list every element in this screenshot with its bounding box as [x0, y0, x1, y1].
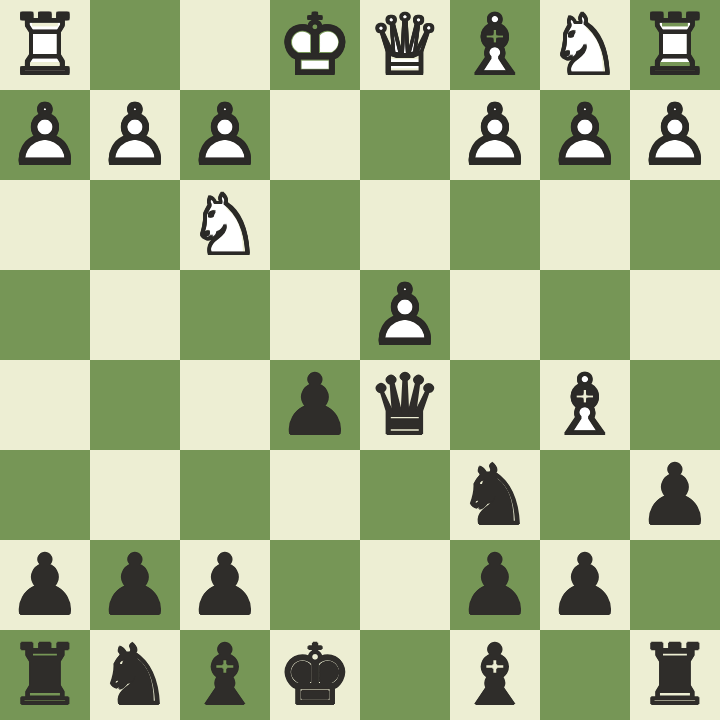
square-d7[interactable]	[360, 540, 450, 630]
piece-glyph: ♟	[540, 540, 630, 630]
square-c6[interactable]: ♞	[450, 450, 540, 540]
square-f5[interactable]	[180, 360, 270, 450]
square-g4[interactable]	[90, 270, 180, 360]
square-d8[interactable]	[360, 630, 450, 720]
piece-glyph: ♟	[0, 540, 90, 630]
square-c5[interactable]	[450, 360, 540, 450]
piece-white-queen[interactable]: ♛♕	[360, 0, 450, 90]
piece-black-pawn[interactable]: ♟	[270, 360, 360, 450]
piece-white-pawn[interactable]: ♟♙	[180, 90, 270, 180]
piece-glyph: ♟	[270, 360, 360, 450]
piece-white-pawn[interactable]: ♟♙	[450, 90, 540, 180]
square-a1[interactable]: ♜♖	[630, 0, 720, 90]
square-e2[interactable]	[270, 90, 360, 180]
piece-white-pawn[interactable]: ♟♙	[540, 90, 630, 180]
square-e4[interactable]	[270, 270, 360, 360]
piece-glyph: ♜	[630, 630, 720, 720]
square-b8[interactable]	[540, 630, 630, 720]
piece-black-bishop[interactable]: ♝	[180, 630, 270, 720]
square-d4[interactable]: ♟♙	[360, 270, 450, 360]
piece-outline-glyph: ♙	[360, 270, 450, 360]
piece-glyph: ♞	[90, 630, 180, 720]
square-d6[interactable]	[360, 450, 450, 540]
square-g7[interactable]: ♟	[90, 540, 180, 630]
piece-black-rook[interactable]: ♜	[630, 630, 720, 720]
piece-glyph: ♟	[90, 540, 180, 630]
square-h1[interactable]: ♜♖	[0, 0, 90, 90]
piece-outline-glyph: ♕	[360, 0, 450, 90]
piece-glyph: ♝	[450, 630, 540, 720]
square-d2[interactable]	[360, 90, 450, 180]
chess-board: ♜♖♚♔♛♕♝♗♞♘♜♖♟♙♟♙♟♙♟♙♟♙♟♙♞♘♟♙♟♛♝♗♞♟♟♟♟♟♟♜…	[0, 0, 720, 720]
piece-black-pawn[interactable]: ♟	[630, 450, 720, 540]
piece-outline-glyph: ♔	[270, 0, 360, 90]
piece-black-pawn[interactable]: ♟	[90, 540, 180, 630]
piece-white-bishop[interactable]: ♝♗	[450, 0, 540, 90]
square-d5[interactable]: ♛	[360, 360, 450, 450]
piece-white-king[interactable]: ♚♔	[270, 0, 360, 90]
piece-glyph: ♛	[360, 360, 450, 450]
piece-white-pawn[interactable]: ♟♙	[360, 270, 450, 360]
square-h6[interactable]	[0, 450, 90, 540]
piece-black-queen[interactable]: ♛	[360, 360, 450, 450]
piece-outline-glyph: ♘	[540, 0, 630, 90]
piece-white-knight[interactable]: ♞♘	[180, 180, 270, 270]
square-e7[interactable]	[270, 540, 360, 630]
piece-white-rook[interactable]: ♜♖	[0, 0, 90, 90]
piece-outline-glyph: ♗	[450, 0, 540, 90]
piece-outline-glyph: ♙	[450, 90, 540, 180]
piece-glyph: ♚	[270, 630, 360, 720]
piece-black-king[interactable]: ♚	[270, 630, 360, 720]
piece-white-pawn[interactable]: ♟♙	[630, 90, 720, 180]
piece-glyph: ♟	[450, 540, 540, 630]
piece-outline-glyph: ♗	[540, 360, 630, 450]
piece-black-rook[interactable]: ♜	[0, 630, 90, 720]
square-b2[interactable]: ♟♙	[540, 90, 630, 180]
square-d1[interactable]: ♛♕	[360, 0, 450, 90]
square-a4[interactable]	[630, 270, 720, 360]
square-b6[interactable]	[540, 450, 630, 540]
square-c3[interactable]	[450, 180, 540, 270]
square-b7[interactable]: ♟	[540, 540, 630, 630]
piece-white-pawn[interactable]: ♟♙	[90, 90, 180, 180]
piece-outline-glyph: ♘	[180, 180, 270, 270]
piece-white-bishop[interactable]: ♝♗	[540, 360, 630, 450]
piece-outline-glyph: ♙	[90, 90, 180, 180]
square-a5[interactable]	[630, 360, 720, 450]
piece-glyph: ♟	[630, 450, 720, 540]
square-h2[interactable]: ♟♙	[0, 90, 90, 180]
piece-black-pawn[interactable]: ♟	[540, 540, 630, 630]
square-a7[interactable]	[630, 540, 720, 630]
square-e6[interactable]	[270, 450, 360, 540]
square-h8[interactable]: ♜	[0, 630, 90, 720]
square-f7[interactable]: ♟	[180, 540, 270, 630]
piece-glyph: ♟	[180, 540, 270, 630]
square-e5[interactable]: ♟	[270, 360, 360, 450]
square-b3[interactable]	[540, 180, 630, 270]
square-e1[interactable]: ♚♔	[270, 0, 360, 90]
square-h5[interactable]	[0, 360, 90, 450]
piece-glyph: ♝	[180, 630, 270, 720]
square-g5[interactable]	[90, 360, 180, 450]
piece-outline-glyph: ♙	[540, 90, 630, 180]
piece-glyph: ♜	[0, 630, 90, 720]
piece-black-knight[interactable]: ♞	[450, 450, 540, 540]
square-a3[interactable]	[630, 180, 720, 270]
square-c4[interactable]	[450, 270, 540, 360]
square-g6[interactable]	[90, 450, 180, 540]
piece-white-pawn[interactable]: ♟♙	[0, 90, 90, 180]
square-a2[interactable]: ♟♙	[630, 90, 720, 180]
square-g3[interactable]	[90, 180, 180, 270]
square-g1[interactable]	[90, 0, 180, 90]
square-f4[interactable]	[180, 270, 270, 360]
piece-white-rook[interactable]: ♜♖	[630, 0, 720, 90]
piece-white-knight[interactable]: ♞♘	[540, 0, 630, 90]
piece-outline-glyph: ♖	[630, 0, 720, 90]
square-f6[interactable]	[180, 450, 270, 540]
square-f3[interactable]: ♞♘	[180, 180, 270, 270]
piece-glyph: ♞	[450, 450, 540, 540]
square-h4[interactable]	[0, 270, 90, 360]
piece-black-pawn[interactable]: ♟	[0, 540, 90, 630]
square-f1[interactable]	[180, 0, 270, 90]
square-g2[interactable]: ♟♙	[90, 90, 180, 180]
square-d3[interactable]	[360, 180, 450, 270]
square-e8[interactable]: ♚	[270, 630, 360, 720]
piece-outline-glyph: ♖	[0, 0, 90, 90]
square-h3[interactable]	[0, 180, 90, 270]
square-a8[interactable]: ♜	[630, 630, 720, 720]
square-b5[interactable]: ♝♗	[540, 360, 630, 450]
piece-black-knight[interactable]: ♞	[90, 630, 180, 720]
square-h7[interactable]: ♟	[0, 540, 90, 630]
piece-outline-glyph: ♙	[180, 90, 270, 180]
piece-black-pawn[interactable]: ♟	[450, 540, 540, 630]
square-e3[interactable]	[270, 180, 360, 270]
square-b4[interactable]	[540, 270, 630, 360]
square-c1[interactable]: ♝♗	[450, 0, 540, 90]
square-g8[interactable]: ♞	[90, 630, 180, 720]
square-f8[interactable]: ♝	[180, 630, 270, 720]
square-c2[interactable]: ♟♙	[450, 90, 540, 180]
square-f2[interactable]: ♟♙	[180, 90, 270, 180]
piece-outline-glyph: ♙	[630, 90, 720, 180]
piece-black-pawn[interactable]: ♟	[180, 540, 270, 630]
square-c8[interactable]: ♝	[450, 630, 540, 720]
square-b1[interactable]: ♞♘	[540, 0, 630, 90]
piece-outline-glyph: ♙	[0, 90, 90, 180]
square-c7[interactable]: ♟	[450, 540, 540, 630]
piece-black-bishop[interactable]: ♝	[450, 630, 540, 720]
square-a6[interactable]: ♟	[630, 450, 720, 540]
